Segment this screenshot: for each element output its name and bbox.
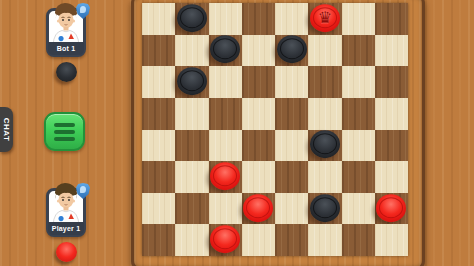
checkers-board: ♛ [142, 3, 408, 256]
chat-tab[interactable]: CHAT [0, 107, 13, 152]
board-square[interactable] [375, 98, 408, 130]
board-square[interactable] [308, 161, 341, 193]
board-square[interactable] [209, 3, 242, 35]
checker-red-king[interactable]: ♛ [310, 4, 340, 32]
board-square[interactable] [242, 66, 275, 98]
board-square[interactable] [175, 66, 208, 98]
checker-black-man[interactable] [177, 67, 207, 95]
board-square[interactable] [242, 130, 275, 162]
opponent-name: Bot 1 [48, 42, 84, 55]
board-square[interactable] [242, 224, 275, 256]
board-square[interactable] [308, 130, 341, 162]
board-square[interactable] [175, 3, 208, 35]
board-square[interactable] [242, 161, 275, 193]
board-square[interactable] [242, 98, 275, 130]
board-square[interactable] [142, 3, 175, 35]
board-square[interactable] [209, 224, 242, 256]
board-square[interactable] [275, 35, 308, 67]
board-square[interactable] [275, 193, 308, 225]
checker-black-man[interactable] [310, 194, 340, 222]
board-square[interactable] [142, 130, 175, 162]
board-square[interactable] [209, 193, 242, 225]
player-color-indicator [56, 242, 77, 262]
board-square[interactable] [342, 35, 375, 67]
board-square[interactable] [242, 3, 275, 35]
checker-red-man[interactable] [210, 162, 240, 190]
board-square[interactable] [209, 161, 242, 193]
board-square[interactable] [342, 193, 375, 225]
checker-black-man[interactable] [310, 130, 340, 158]
board-square[interactable] [375, 193, 408, 225]
opponent-avatar-card[interactable]: Bot 1 [46, 8, 86, 57]
checker-red-man[interactable] [210, 225, 240, 253]
board-square[interactable] [175, 35, 208, 67]
board-square[interactable] [275, 98, 308, 130]
checkers-game-screen: ♛ Bot 1 CHAT [0, 0, 474, 266]
checker-black-man[interactable] [277, 36, 307, 64]
checker-red-man[interactable] [376, 194, 406, 222]
board-square[interactable] [308, 66, 341, 98]
board-square[interactable] [175, 193, 208, 225]
board-square[interactable] [275, 3, 308, 35]
board-square[interactable] [342, 3, 375, 35]
chat-tab-label: CHAT [2, 118, 11, 142]
board-square[interactable] [142, 193, 175, 225]
checker-black-man[interactable] [210, 36, 240, 64]
checker-red-man[interactable] [243, 194, 273, 222]
player-avatar-card[interactable]: Player 1 [46, 188, 86, 237]
board-square[interactable] [375, 35, 408, 67]
board-square[interactable] [142, 66, 175, 98]
board-square[interactable] [242, 193, 275, 225]
board-square[interactable] [342, 224, 375, 256]
board-square[interactable] [375, 130, 408, 162]
board-square[interactable] [275, 130, 308, 162]
board-square[interactable] [308, 35, 341, 67]
board-square[interactable] [142, 161, 175, 193]
board-square[interactable]: ♛ [308, 3, 341, 35]
board-square[interactable] [342, 98, 375, 130]
hamburger-icon [54, 123, 75, 127]
board-square[interactable] [175, 224, 208, 256]
board-square[interactable] [175, 130, 208, 162]
king-crown-icon: ♛ [318, 10, 332, 26]
board-square[interactable] [142, 35, 175, 67]
board-square[interactable] [209, 98, 242, 130]
board-square[interactable] [242, 35, 275, 67]
board-square[interactable] [375, 66, 408, 98]
board-square[interactable] [209, 35, 242, 67]
board-square[interactable] [275, 66, 308, 98]
board-square[interactable] [209, 66, 242, 98]
board-square[interactable] [342, 66, 375, 98]
board-square[interactable] [342, 130, 375, 162]
board-square[interactable] [308, 98, 341, 130]
board-square[interactable] [142, 98, 175, 130]
board-square[interactable] [175, 98, 208, 130]
board-square[interactable] [375, 3, 408, 35]
board-square[interactable] [142, 224, 175, 256]
opponent-color-indicator [56, 62, 77, 82]
board-square[interactable] [375, 224, 408, 256]
board-square[interactable] [342, 161, 375, 193]
board-square[interactable] [209, 130, 242, 162]
board-square[interactable] [308, 224, 341, 256]
board-square[interactable] [308, 193, 341, 225]
board-square[interactable] [375, 161, 408, 193]
menu-button[interactable] [44, 112, 85, 151]
checker-black-man[interactable] [177, 4, 207, 32]
board-square[interactable] [275, 161, 308, 193]
player-name: Player 1 [48, 222, 84, 235]
board-square[interactable] [175, 161, 208, 193]
board-square[interactable] [275, 224, 308, 256]
